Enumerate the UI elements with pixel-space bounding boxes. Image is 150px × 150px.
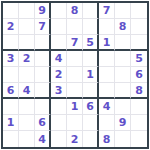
cell-r5c4-given[interactable]: 2	[51, 67, 67, 83]
cell-r3c4[interactable]	[51, 35, 67, 51]
cell-r4c7[interactable]	[99, 51, 115, 67]
cell-r5c6-given[interactable]: 1	[83, 67, 99, 83]
cell-r8c9[interactable]	[131, 115, 147, 131]
cell-r6c5[interactable]	[67, 83, 83, 99]
cell-r6c2-given[interactable]: 4	[19, 83, 35, 99]
cell-r5c1[interactable]	[3, 67, 19, 83]
cell-r6c1-given[interactable]: 6	[3, 83, 19, 99]
cell-r9c5-given[interactable]: 2	[67, 131, 83, 147]
cell-r7c4[interactable]	[51, 99, 67, 115]
cell-r1c4[interactable]	[51, 3, 67, 19]
cell-r6c3[interactable]	[35, 83, 51, 99]
cell-r9c9[interactable]	[131, 131, 147, 147]
cell-r3c3[interactable]	[35, 35, 51, 51]
cell-r2c4[interactable]	[51, 19, 67, 35]
cell-r5c3[interactable]	[35, 67, 51, 83]
cell-r9c1[interactable]	[3, 131, 19, 147]
cell-r3c5-given[interactable]: 7	[67, 35, 83, 51]
cell-r1c1[interactable]	[3, 3, 19, 19]
cell-r6c6[interactable]	[83, 83, 99, 99]
cell-r9c3-given[interactable]: 4	[35, 131, 51, 147]
cell-r4c8[interactable]	[115, 51, 131, 67]
cell-r8c5[interactable]	[67, 115, 83, 131]
cell-r8c7[interactable]	[99, 115, 115, 131]
cell-r6c4-given[interactable]: 3	[51, 83, 67, 99]
cell-r2c3-given[interactable]: 7	[35, 19, 51, 35]
cell-r3c1[interactable]	[3, 35, 19, 51]
cell-r7c6-given[interactable]: 6	[83, 99, 99, 115]
cell-r2c7[interactable]	[99, 19, 115, 35]
cell-r2c9[interactable]	[131, 19, 147, 35]
cell-r7c2[interactable]	[19, 99, 35, 115]
cell-r5c9-given[interactable]: 6	[131, 67, 147, 83]
cell-r3c6-given[interactable]: 5	[83, 35, 99, 51]
cell-r1c3-given[interactable]: 9	[35, 3, 51, 19]
cell-r1c8[interactable]	[115, 3, 131, 19]
cell-r4c4-given[interactable]: 4	[51, 51, 67, 67]
cell-r3c8[interactable]	[115, 35, 131, 51]
cell-r9c6[interactable]	[83, 131, 99, 147]
cell-r7c8[interactable]	[115, 99, 131, 115]
cell-r8c2[interactable]	[19, 115, 35, 131]
cell-r5c2[interactable]	[19, 67, 35, 83]
cell-r6c8[interactable]	[115, 83, 131, 99]
cell-r2c2[interactable]	[19, 19, 35, 35]
cell-r8c3-given[interactable]: 6	[35, 115, 51, 131]
cell-r1c2[interactable]	[19, 3, 35, 19]
cell-r2c8-given[interactable]: 8	[115, 19, 131, 35]
cell-r2c6[interactable]	[83, 19, 99, 35]
cell-r9c7-given[interactable]: 8	[99, 131, 115, 147]
cell-r4c9-given[interactable]: 5	[131, 51, 147, 67]
cell-r4c2-given[interactable]: 2	[19, 51, 35, 67]
cell-r7c5-given[interactable]: 1	[67, 99, 83, 115]
cell-r3c7-given[interactable]: 1	[99, 35, 115, 51]
cell-r9c4[interactable]	[51, 131, 67, 147]
cell-r4c6[interactable]	[83, 51, 99, 67]
cell-r6c9-given[interactable]: 8	[131, 83, 147, 99]
cell-r7c9[interactable]	[131, 99, 147, 115]
cell-r1c5-given[interactable]: 8	[67, 3, 83, 19]
cell-r4c1-given[interactable]: 3	[3, 51, 19, 67]
cell-r5c8[interactable]	[115, 67, 131, 83]
cell-r4c5[interactable]	[67, 51, 83, 67]
cell-r5c7[interactable]	[99, 67, 115, 83]
cell-r2c5[interactable]	[67, 19, 83, 35]
cell-r6c7[interactable]	[99, 83, 115, 99]
cell-r1c9[interactable]	[131, 3, 147, 19]
cell-r9c2[interactable]	[19, 131, 35, 147]
cell-r7c7-given[interactable]: 4	[99, 99, 115, 115]
cell-r3c9[interactable]	[131, 35, 147, 51]
cell-r1c7-given[interactable]: 7	[99, 3, 115, 19]
cell-r8c4[interactable]	[51, 115, 67, 131]
cell-r7c3[interactable]	[35, 99, 51, 115]
cell-r1c6[interactable]	[83, 3, 99, 19]
cell-r8c6[interactable]	[83, 115, 99, 131]
cell-r8c8-given[interactable]: 9	[115, 115, 131, 131]
cell-r9c8[interactable]	[115, 131, 131, 147]
sudoku-board: 98727875132452166438164169428	[1, 1, 149, 149]
cell-r8c1-given[interactable]: 1	[3, 115, 19, 131]
cell-r3c2[interactable]	[19, 35, 35, 51]
cell-r2c1-given[interactable]: 2	[3, 19, 19, 35]
cell-r5c5[interactable]	[67, 67, 83, 83]
cell-r4c3[interactable]	[35, 51, 51, 67]
cell-r7c1[interactable]	[3, 99, 19, 115]
